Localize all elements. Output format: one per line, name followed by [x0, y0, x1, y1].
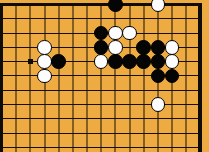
intersection-11-10[interactable]: [151, 140, 165, 152]
intersection-2-3[interactable]: [23, 40, 37, 54]
intersection-1-1[interactable]: [9, 12, 23, 26]
intersection-0-4[interactable]: [0, 55, 9, 69]
intersection-7-10[interactable]: [94, 140, 108, 152]
board-intersections: [0, 0, 207, 152]
intersection-5-10[interactable]: [66, 140, 80, 152]
intersection-2-6[interactable]: [23, 83, 37, 97]
intersection-3-0[interactable]: [37, 0, 51, 12]
intersection-7-5[interactable]: [94, 69, 108, 83]
white-stone-3-4[interactable]: [37, 54, 52, 69]
star-point-2-4: [28, 59, 33, 64]
intersection-7-8[interactable]: [94, 112, 108, 126]
intersection-11-3[interactable]: [151, 40, 165, 54]
intersection-10-0[interactable]: [137, 0, 151, 12]
intersection-10-5[interactable]: [137, 69, 151, 83]
intersection-11-9[interactable]: [151, 126, 165, 140]
intersection-13-7[interactable]: [179, 97, 193, 111]
intersection-10-10[interactable]: [137, 140, 151, 152]
intersection-9-1[interactable]: [122, 12, 136, 26]
intersection-3-4[interactable]: [37, 55, 51, 69]
intersection-14-4[interactable]: [193, 55, 207, 69]
intersection-1-10[interactable]: [9, 140, 23, 152]
black-stone-8-0[interactable]: [108, 0, 123, 12]
black-stone-7-3[interactable]: [94, 40, 109, 55]
intersection-9-5[interactable]: [122, 69, 136, 83]
intersection-6-9[interactable]: [80, 126, 94, 140]
intersection-9-6[interactable]: [122, 83, 136, 97]
intersection-5-4[interactable]: [66, 55, 80, 69]
intersection-12-8[interactable]: [165, 112, 179, 126]
intersection-14-9[interactable]: [193, 126, 207, 140]
intersection-4-8[interactable]: [52, 112, 66, 126]
intersection-9-9[interactable]: [122, 126, 136, 140]
intersection-9-2[interactable]: [122, 26, 136, 40]
intersection-4-7[interactable]: [52, 97, 66, 111]
intersection-1-9[interactable]: [9, 126, 23, 140]
black-stone-9-4[interactable]: [122, 54, 137, 69]
intersection-9-4[interactable]: [122, 55, 136, 69]
intersection-9-3[interactable]: [122, 40, 136, 54]
intersection-12-2[interactable]: [165, 26, 179, 40]
intersection-1-5[interactable]: [9, 69, 23, 83]
intersection-3-2[interactable]: [37, 26, 51, 40]
intersection-14-8[interactable]: [193, 112, 207, 126]
intersection-8-8[interactable]: [108, 112, 122, 126]
intersection-5-0[interactable]: [66, 0, 80, 12]
intersection-0-3[interactable]: [0, 40, 9, 54]
intersection-5-7[interactable]: [66, 97, 80, 111]
intersection-2-7[interactable]: [23, 97, 37, 111]
white-stone-12-3[interactable]: [165, 40, 180, 55]
intersection-3-3[interactable]: [37, 40, 51, 54]
intersection-10-6[interactable]: [137, 83, 151, 97]
white-stone-7-4[interactable]: [94, 54, 109, 69]
intersection-1-6[interactable]: [9, 83, 23, 97]
intersection-12-5[interactable]: [165, 69, 179, 83]
intersection-3-9[interactable]: [37, 126, 51, 140]
intersection-13-8[interactable]: [179, 112, 193, 126]
intersection-13-5[interactable]: [179, 69, 193, 83]
intersection-3-5[interactable]: [37, 69, 51, 83]
intersection-6-6[interactable]: [80, 83, 94, 97]
intersection-9-8[interactable]: [122, 112, 136, 126]
black-stone-7-2[interactable]: [94, 26, 109, 41]
intersection-4-6[interactable]: [52, 83, 66, 97]
intersection-14-3[interactable]: [193, 40, 207, 54]
intersection-8-10[interactable]: [108, 140, 122, 152]
intersection-14-2[interactable]: [193, 26, 207, 40]
white-stone-12-4[interactable]: [165, 54, 180, 69]
intersection-13-10[interactable]: [179, 140, 193, 152]
intersection-6-3[interactable]: [80, 40, 94, 54]
white-stone-8-3[interactable]: [108, 40, 123, 55]
intersection-14-6[interactable]: [193, 83, 207, 97]
intersection-5-9[interactable]: [66, 126, 80, 140]
intersection-0-5[interactable]: [0, 69, 9, 83]
intersection-0-7[interactable]: [0, 97, 9, 111]
intersection-4-5[interactable]: [52, 69, 66, 83]
intersection-13-4[interactable]: [179, 55, 193, 69]
intersection-5-2[interactable]: [66, 26, 80, 40]
intersection-2-2[interactable]: [23, 26, 37, 40]
intersection-8-1[interactable]: [108, 12, 122, 26]
intersection-6-5[interactable]: [80, 69, 94, 83]
intersection-0-0[interactable]: [0, 0, 9, 12]
intersection-9-0[interactable]: [122, 0, 136, 12]
intersection-8-9[interactable]: [108, 126, 122, 140]
intersection-10-9[interactable]: [137, 126, 151, 140]
intersection-12-9[interactable]: [165, 126, 179, 140]
black-stone-12-5[interactable]: [165, 69, 180, 84]
intersection-6-10[interactable]: [80, 140, 94, 152]
intersection-2-10[interactable]: [23, 140, 37, 152]
intersection-7-4[interactable]: [94, 55, 108, 69]
intersection-1-7[interactable]: [9, 97, 23, 111]
intersection-14-0[interactable]: [193, 0, 207, 12]
intersection-7-3[interactable]: [94, 40, 108, 54]
intersection-10-2[interactable]: [137, 26, 151, 40]
intersection-12-7[interactable]: [165, 97, 179, 111]
intersection-14-1[interactable]: [193, 12, 207, 26]
intersection-6-0[interactable]: [80, 0, 94, 12]
intersection-8-3[interactable]: [108, 40, 122, 54]
intersection-4-3[interactable]: [52, 40, 66, 54]
intersection-5-5[interactable]: [66, 69, 80, 83]
black-stone-10-3[interactable]: [136, 40, 151, 55]
intersection-5-3[interactable]: [66, 40, 80, 54]
intersection-7-7[interactable]: [94, 97, 108, 111]
intersection-14-5[interactable]: [193, 69, 207, 83]
intersection-0-6[interactable]: [0, 83, 9, 97]
intersection-11-1[interactable]: [151, 12, 165, 26]
white-stone-11-0[interactable]: [151, 0, 166, 12]
intersection-3-10[interactable]: [37, 140, 51, 152]
intersection-3-8[interactable]: [37, 112, 51, 126]
intersection-14-10[interactable]: [193, 140, 207, 152]
intersection-1-2[interactable]: [9, 26, 23, 40]
intersection-9-7[interactable]: [122, 97, 136, 111]
white-stone-3-5[interactable]: [37, 69, 52, 84]
intersection-13-9[interactable]: [179, 126, 193, 140]
intersection-11-7[interactable]: [151, 97, 165, 111]
intersection-8-2[interactable]: [108, 26, 122, 40]
intersection-6-1[interactable]: [80, 12, 94, 26]
intersection-14-7[interactable]: [193, 97, 207, 111]
intersection-7-1[interactable]: [94, 12, 108, 26]
intersection-12-0[interactable]: [165, 0, 179, 12]
intersection-2-4[interactable]: [23, 55, 37, 69]
intersection-4-2[interactable]: [52, 26, 66, 40]
intersection-4-9[interactable]: [52, 126, 66, 140]
intersection-8-6[interactable]: [108, 83, 122, 97]
intersection-10-3[interactable]: [137, 40, 151, 54]
intersection-0-10[interactable]: [0, 140, 9, 152]
intersection-10-4[interactable]: [137, 55, 151, 69]
intersection-3-1[interactable]: [37, 12, 51, 26]
intersection-7-9[interactable]: [94, 126, 108, 140]
white-stone-11-7[interactable]: [151, 97, 166, 112]
intersection-8-7[interactable]: [108, 97, 122, 111]
intersection-12-1[interactable]: [165, 12, 179, 26]
intersection-13-0[interactable]: [179, 0, 193, 12]
intersection-0-9[interactable]: [0, 126, 9, 140]
intersection-2-0[interactable]: [23, 0, 37, 12]
intersection-12-10[interactable]: [165, 140, 179, 152]
intersection-11-0[interactable]: [151, 0, 165, 12]
intersection-2-9[interactable]: [23, 126, 37, 140]
black-stone-10-4[interactable]: [136, 54, 151, 69]
intersection-4-1[interactable]: [52, 12, 66, 26]
intersection-5-6[interactable]: [66, 83, 80, 97]
black-stone-11-5[interactable]: [151, 69, 166, 84]
intersection-2-5[interactable]: [23, 69, 37, 83]
intersection-7-2[interactable]: [94, 26, 108, 40]
intersection-4-10[interactable]: [52, 140, 66, 152]
intersection-1-3[interactable]: [9, 40, 23, 54]
intersection-0-1[interactable]: [0, 12, 9, 26]
white-stone-9-2[interactable]: [122, 26, 137, 41]
white-stone-3-3[interactable]: [37, 40, 52, 55]
go-diagram: [0, 0, 209, 152]
intersection-10-7[interactable]: [137, 97, 151, 111]
intersection-12-4[interactable]: [165, 55, 179, 69]
intersection-9-10[interactable]: [122, 140, 136, 152]
intersection-3-6[interactable]: [37, 83, 51, 97]
black-stone-11-4[interactable]: [151, 54, 166, 69]
intersection-11-2[interactable]: [151, 26, 165, 40]
intersection-0-2[interactable]: [0, 26, 9, 40]
intersection-7-6[interactable]: [94, 83, 108, 97]
intersection-5-1[interactable]: [66, 12, 80, 26]
intersection-4-4[interactable]: [52, 55, 66, 69]
intersection-7-0[interactable]: [94, 0, 108, 12]
intersection-1-0[interactable]: [9, 0, 23, 12]
intersection-3-7[interactable]: [37, 97, 51, 111]
intersection-13-6[interactable]: [179, 83, 193, 97]
intersection-6-7[interactable]: [80, 97, 94, 111]
black-stone-4-4[interactable]: [51, 54, 66, 69]
intersection-11-4[interactable]: [151, 55, 165, 69]
black-stone-11-3[interactable]: [151, 40, 166, 55]
black-stone-8-4[interactable]: [108, 54, 123, 69]
intersection-11-8[interactable]: [151, 112, 165, 126]
intersection-4-0[interactable]: [52, 0, 66, 12]
intersection-13-3[interactable]: [179, 40, 193, 54]
intersection-10-1[interactable]: [137, 12, 151, 26]
intersection-1-4[interactable]: [9, 55, 23, 69]
intersection-11-5[interactable]: [151, 69, 165, 83]
intersection-12-3[interactable]: [165, 40, 179, 54]
intersection-13-1[interactable]: [179, 12, 193, 26]
white-stone-8-2[interactable]: [108, 26, 123, 41]
intersection-8-4[interactable]: [108, 55, 122, 69]
go-board[interactable]: [0, 0, 209, 152]
intersection-1-8[interactable]: [9, 112, 23, 126]
intersection-2-1[interactable]: [23, 12, 37, 26]
intersection-13-2[interactable]: [179, 26, 193, 40]
intersection-6-2[interactable]: [80, 26, 94, 40]
intersection-11-6[interactable]: [151, 83, 165, 97]
intersection-6-4[interactable]: [80, 55, 94, 69]
intersection-5-8[interactable]: [66, 112, 80, 126]
intersection-2-8[interactable]: [23, 112, 37, 126]
intersection-6-8[interactable]: [80, 112, 94, 126]
intersection-12-6[interactable]: [165, 83, 179, 97]
intersection-8-5[interactable]: [108, 69, 122, 83]
intersection-10-8[interactable]: [137, 112, 151, 126]
intersection-0-8[interactable]: [0, 112, 9, 126]
intersection-8-0[interactable]: [108, 0, 122, 12]
